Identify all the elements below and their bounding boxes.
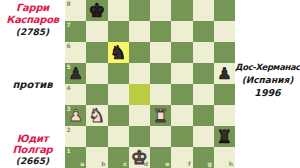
- event-year: 1996: [235, 86, 300, 99]
- square-e3[interactable]: ♜: [150, 105, 171, 126]
- piece-white-knight-b3[interactable]: ♞: [88, 106, 105, 125]
- square-g8[interactable]: [193, 0, 214, 21]
- square-d6[interactable]: [129, 42, 150, 63]
- square-b3[interactable]: ♞: [86, 105, 107, 126]
- square-e4[interactable]: [150, 84, 171, 105]
- rank-label-8: 8: [67, 1, 71, 7]
- square-e6[interactable]: [150, 42, 171, 63]
- versus-block: против: [0, 79, 65, 91]
- square-e5[interactable]: [150, 63, 171, 84]
- top-player-first-name: Гарри: [0, 2, 65, 14]
- square-a1[interactable]: 1a: [65, 147, 86, 168]
- square-h7[interactable]: [214, 21, 235, 42]
- bottom-player-block: Юдит Полгар (2665): [0, 133, 65, 167]
- square-f3[interactable]: [171, 105, 192, 126]
- square-f6[interactable]: [171, 42, 192, 63]
- square-h4[interactable]: [214, 84, 235, 105]
- chess-board: 8♚76♞5♟♟43♟♞♜2♜1abcd♚efgh: [65, 0, 235, 168]
- square-g5[interactable]: [193, 63, 214, 84]
- square-h1[interactable]: h: [214, 147, 235, 168]
- square-e8[interactable]: [150, 0, 171, 21]
- piece-black-king-b8[interactable]: ♚: [88, 1, 105, 20]
- square-b8[interactable]: ♚: [86, 0, 107, 21]
- square-g3[interactable]: [193, 105, 214, 126]
- rank-label-7: 7: [67, 22, 71, 28]
- rank-label-1: 1: [67, 148, 71, 154]
- square-a7[interactable]: 7: [65, 21, 86, 42]
- square-c4[interactable]: [108, 84, 129, 105]
- piece-black-knight-c6[interactable]: ♞: [110, 43, 127, 62]
- square-c8[interactable]: [108, 0, 129, 21]
- square-g6[interactable]: [193, 42, 214, 63]
- file-label-e: e: [165, 161, 169, 167]
- piece-white-pawn-a3[interactable]: ♟: [68, 107, 82, 123]
- versus-label: против: [0, 79, 65, 91]
- square-b6[interactable]: [86, 42, 107, 63]
- file-label-f: f: [188, 161, 191, 167]
- square-e7[interactable]: [150, 21, 171, 42]
- square-c2[interactable]: [108, 126, 129, 147]
- rank-label-2: 2: [67, 127, 71, 133]
- file-label-b: b: [101, 161, 105, 167]
- square-c3[interactable]: [108, 105, 129, 126]
- square-d2[interactable]: [129, 126, 150, 147]
- piece-white-king-d1[interactable]: ♚: [131, 148, 148, 167]
- square-c6[interactable]: ♞: [108, 42, 129, 63]
- piece-black-rook-h2[interactable]: ♜: [216, 127, 232, 145]
- square-f7[interactable]: [171, 21, 192, 42]
- piece-white-rook-e3[interactable]: ♜: [153, 106, 169, 124]
- screenshot-frame: Гарри Каспаров (2785) против Юдит Полгар…: [0, 0, 300, 168]
- square-c5[interactable]: [108, 63, 129, 84]
- top-player-rating: (2785): [0, 26, 65, 38]
- square-h6[interactable]: [214, 42, 235, 63]
- square-f1[interactable]: f: [171, 147, 192, 168]
- bottom-player-rating: (2665): [0, 155, 65, 167]
- file-label-h: h: [229, 161, 233, 167]
- square-a5[interactable]: 5♟: [65, 63, 86, 84]
- bottom-player-first-name: Юдит: [0, 133, 65, 144]
- event-location: (Испания): [235, 74, 300, 86]
- square-d4[interactable]: [129, 84, 150, 105]
- square-d1[interactable]: d♚: [129, 147, 150, 168]
- square-h2[interactable]: ♜: [214, 126, 235, 147]
- square-b1[interactable]: b: [86, 147, 107, 168]
- square-f4[interactable]: [171, 84, 192, 105]
- square-d3[interactable]: [129, 105, 150, 126]
- square-d5[interactable]: [129, 63, 150, 84]
- event-name: Дос-Херманас: [235, 61, 300, 74]
- square-a4[interactable]: 4: [65, 84, 86, 105]
- square-a8[interactable]: 8: [65, 0, 86, 21]
- square-f8[interactable]: [171, 0, 192, 21]
- square-h8[interactable]: [214, 0, 235, 21]
- square-d8[interactable]: [129, 0, 150, 21]
- square-a3[interactable]: 3♟: [65, 105, 86, 126]
- square-g4[interactable]: [193, 84, 214, 105]
- square-b7[interactable]: [86, 21, 107, 42]
- square-d7[interactable]: [129, 21, 150, 42]
- top-player-block: Гарри Каспаров (2785): [0, 2, 65, 38]
- file-label-g: g: [207, 161, 211, 167]
- square-b5[interactable]: [86, 63, 107, 84]
- square-f2[interactable]: [171, 126, 192, 147]
- rank-label-6: 6: [67, 43, 71, 49]
- square-b4[interactable]: [86, 84, 107, 105]
- event-block: Дос-Херманас (Испания) 1996: [235, 61, 300, 99]
- square-h3[interactable]: [214, 105, 235, 126]
- square-g7[interactable]: [193, 21, 214, 42]
- file-label-c: c: [123, 161, 127, 167]
- square-a6[interactable]: 6: [65, 42, 86, 63]
- rank-label-4: 4: [67, 85, 71, 91]
- piece-black-pawn-a5[interactable]: ♟: [68, 65, 82, 81]
- file-label-a: a: [80, 161, 84, 167]
- piece-black-pawn-h5[interactable]: ♟: [217, 65, 231, 81]
- square-g2[interactable]: [193, 126, 214, 147]
- square-a2[interactable]: 2: [65, 126, 86, 147]
- bottom-player-last-name: Полгар: [0, 144, 65, 155]
- square-c7[interactable]: [108, 21, 129, 42]
- square-b2[interactable]: [86, 126, 107, 147]
- square-e1[interactable]: e: [150, 147, 171, 168]
- square-f5[interactable]: [171, 63, 192, 84]
- square-e2[interactable]: [150, 126, 171, 147]
- top-player-last-name: Каспаров: [0, 14, 65, 26]
- square-g1[interactable]: g: [193, 147, 214, 168]
- square-c1[interactable]: c: [108, 147, 129, 168]
- square-h5[interactable]: ♟: [214, 63, 235, 84]
